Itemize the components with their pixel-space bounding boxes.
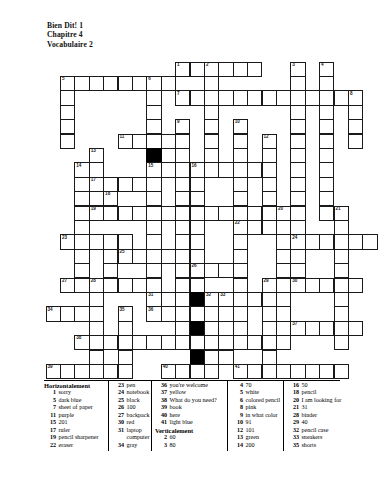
grid-cell[interactable] [204, 321, 219, 336]
grid-cell[interactable]: 18 [103, 191, 118, 206]
grid-cell[interactable] [175, 321, 190, 336]
grid-cell[interactable]: 4 [319, 62, 334, 77]
grid-cell[interactable] [290, 90, 305, 105]
grid-cell[interactable] [233, 134, 248, 149]
clue-item: 18pencil [287, 389, 341, 396]
grid-cell[interactable] [334, 220, 349, 235]
grid-cell[interactable] [233, 62, 248, 77]
grid-cell[interactable] [175, 148, 190, 163]
grid-cell[interactable] [60, 134, 75, 149]
grid-cell[interactable] [319, 162, 334, 177]
grid-cell[interactable] [175, 249, 190, 264]
grid-cell[interactable] [218, 206, 233, 221]
grid-cell[interactable] [146, 220, 161, 235]
grid-cell[interactable] [190, 220, 205, 235]
grid-cell[interactable]: 40 [161, 364, 176, 379]
grid-cell[interactable] [204, 90, 219, 105]
grid-cell[interactable] [218, 321, 233, 336]
grid-cell[interactable] [190, 306, 205, 321]
grid-cell[interactable] [262, 90, 277, 105]
grid-cell[interactable] [190, 206, 205, 221]
grid-cell[interactable] [190, 335, 205, 350]
grid-cell[interactable]: 21 [334, 206, 349, 221]
grid-cell[interactable] [218, 335, 233, 350]
grid-cell[interactable] [233, 321, 248, 336]
grid-cell[interactable] [161, 306, 176, 321]
grid-cell[interactable] [305, 278, 320, 293]
grid-cell[interactable] [276, 249, 291, 264]
grid-cell[interactable] [132, 76, 147, 91]
clue-item: 5white [231, 389, 280, 396]
grid-cell[interactable] [247, 364, 262, 379]
grid-cell[interactable] [132, 206, 147, 221]
grid-cell[interactable] [233, 177, 248, 192]
grid-cell[interactable] [175, 191, 190, 206]
grid-cell[interactable] [233, 206, 248, 221]
clue-text: 100 [127, 404, 136, 411]
grid-cell[interactable] [161, 76, 176, 91]
grid-cell[interactable]: 26 [190, 263, 205, 278]
grid-cell[interactable] [204, 335, 219, 350]
grid-cell[interactable] [161, 335, 176, 350]
grid-cell[interactable] [319, 105, 334, 120]
grid-cell[interactable] [218, 90, 233, 105]
grid-cell[interactable] [290, 364, 305, 379]
grid-cell[interactable] [247, 90, 262, 105]
grid-cell[interactable] [89, 234, 104, 249]
grid-cell[interactable] [132, 177, 147, 192]
grid-cell[interactable] [218, 306, 233, 321]
grid-cell[interactable]: 34 [46, 306, 61, 321]
grid-cell[interactable] [146, 263, 161, 278]
grid-cell[interactable] [334, 249, 349, 264]
grid-cell[interactable] [262, 148, 277, 163]
grid-cell[interactable] [204, 148, 219, 163]
grid-cell[interactable] [204, 119, 219, 134]
cell-number: 8 [350, 92, 353, 97]
grid-cell[interactable] [161, 206, 176, 221]
grid-cell[interactable] [204, 162, 219, 177]
grid-cell[interactable] [161, 292, 176, 307]
grid-cell[interactable] [276, 90, 291, 105]
grid-cell[interactable]: 6 [146, 76, 161, 91]
grid-cell[interactable]: 31 [146, 292, 161, 307]
grid-cell[interactable]: 15 [146, 162, 161, 177]
grid-cell[interactable] [118, 278, 133, 293]
grid-cell[interactable] [103, 206, 118, 221]
grid-cell[interactable] [334, 335, 349, 350]
grid-cell[interactable] [348, 134, 363, 149]
grid-cell[interactable] [146, 206, 161, 221]
grid-cell[interactable]: 3 [290, 62, 305, 77]
grid-cell[interactable] [118, 364, 133, 379]
grid-cell[interactable] [146, 177, 161, 192]
grid-cell[interactable] [262, 220, 277, 235]
grid-cell[interactable] [161, 249, 176, 264]
grid-cell[interactable] [262, 162, 277, 177]
clue-number: 22 [44, 442, 56, 449]
grid-cell[interactable] [146, 191, 161, 206]
grid-cell[interactable]: 29 [262, 278, 277, 293]
chapter-title: Chapitre 4 [47, 30, 93, 39]
grid-cell[interactable] [348, 105, 363, 120]
grid-cell[interactable] [204, 76, 219, 91]
grid-cell[interactable]: 38 [74, 335, 89, 350]
clue-number: 9 [231, 412, 243, 419]
clue-text: 70 [246, 382, 252, 389]
grid-cell[interactable] [233, 162, 248, 177]
grid-cell[interactable] [74, 263, 89, 278]
grid-cell[interactable] [319, 364, 334, 379]
grid-cell[interactable] [290, 191, 305, 206]
grid-cell[interactable] [175, 206, 190, 221]
grid-cell[interactable] [204, 206, 219, 221]
cell-number: 25 [120, 250, 125, 255]
grid-cell[interactable] [118, 234, 133, 249]
grid-cell[interactable] [305, 364, 320, 379]
grid-cell[interactable] [89, 306, 104, 321]
grid-cell[interactable] [60, 90, 75, 105]
grid-cell[interactable] [262, 306, 277, 321]
grid-cell[interactable] [290, 206, 305, 221]
grid-cell[interactable] [204, 306, 219, 321]
grid-cell[interactable] [118, 350, 133, 365]
grid-cell[interactable] [103, 234, 118, 249]
grid-cell[interactable]: 1 [175, 62, 190, 77]
grid-cell[interactable] [290, 249, 305, 264]
grid-cell[interactable]: 39 [46, 364, 61, 379]
grid-cell[interactable] [334, 278, 349, 293]
grid-cell[interactable] [262, 292, 277, 307]
grid-cell[interactable] [262, 191, 277, 206]
clue-column: 36you're welcome37yellow38What do you ne… [155, 382, 217, 449]
grid-cell[interactable] [74, 191, 89, 206]
grid-cell[interactable] [233, 191, 248, 206]
grid-cell[interactable] [175, 177, 190, 192]
grid-cell[interactable] [334, 364, 349, 379]
grid-cell[interactable]: 32 [204, 292, 219, 307]
grid-cell[interactable] [319, 206, 334, 221]
grid-cell[interactable] [290, 76, 305, 91]
grid-cell[interactable]: 20 [276, 206, 291, 221]
grid-cell[interactable] [290, 162, 305, 177]
grid-cell[interactable]: 27 [60, 278, 75, 293]
grid-cell[interactable] [190, 278, 205, 293]
grid-cell[interactable]: 28 [89, 278, 104, 293]
grid-cell[interactable] [132, 134, 147, 149]
grid-cell[interactable] [290, 119, 305, 134]
grid-cell[interactable] [319, 234, 334, 249]
grid-cell[interactable] [233, 90, 248, 105]
clue-item: 28binder [287, 412, 341, 419]
grid-cell[interactable] [146, 90, 161, 105]
grid-cell[interactable] [334, 321, 349, 336]
clue-text: 31 [302, 404, 308, 411]
grid-cell[interactable]: 24 [290, 234, 305, 249]
grid-cell[interactable] [305, 234, 320, 249]
grid-cell[interactable]: 7 [175, 90, 190, 105]
grid-cell[interactable] [218, 62, 233, 77]
grid-cell[interactable] [190, 364, 205, 379]
grid-cell[interactable] [290, 134, 305, 149]
grid-cell[interactable] [334, 292, 349, 307]
grid-cell[interactable] [218, 263, 233, 278]
grid-cell[interactable] [334, 306, 349, 321]
grid-cell[interactable]: 25 [118, 249, 133, 264]
grid-cell[interactable]: 23 [60, 234, 75, 249]
grid-cell[interactable] [74, 364, 89, 379]
grid-cell[interactable] [204, 364, 219, 379]
cell-number: 22 [235, 221, 240, 226]
grid-cell[interactable] [74, 177, 89, 192]
grid-cell[interactable] [161, 134, 176, 149]
grid-cell[interactable] [175, 220, 190, 235]
grid-cell[interactable] [276, 220, 291, 235]
grid-cell[interactable] [305, 321, 320, 336]
grid-cell[interactable] [319, 134, 334, 149]
grid-cell[interactable] [60, 364, 75, 379]
grid-cell[interactable] [319, 321, 334, 336]
clue-item: 30red [112, 419, 150, 426]
grid-cell[interactable] [247, 62, 262, 77]
grid-cell[interactable] [161, 162, 176, 177]
grid-cell[interactable] [118, 321, 133, 336]
clue-text: pencil case [302, 427, 329, 434]
cell-number: 39 [48, 365, 53, 370]
grid-cell[interactable] [103, 335, 118, 350]
clue-number: 41 [155, 419, 167, 426]
grid-cell[interactable] [103, 249, 118, 264]
grid-cell[interactable] [74, 234, 89, 249]
grid-cell[interactable] [290, 263, 305, 278]
grid-cell[interactable] [262, 350, 277, 365]
clue-number: 8 [231, 404, 243, 411]
grid-cell[interactable] [319, 278, 334, 293]
grid-cell[interactable] [204, 263, 219, 278]
grid-cell[interactable] [175, 234, 190, 249]
grid-cell[interactable] [89, 321, 104, 336]
grid-cell[interactable] [276, 234, 291, 249]
grid-cell[interactable] [262, 364, 277, 379]
grid-cell[interactable] [146, 249, 161, 264]
grid-cell[interactable] [60, 119, 75, 134]
grid-cell[interactable] [290, 177, 305, 192]
grid-cell[interactable] [348, 321, 363, 336]
grid-cell[interactable] [190, 90, 205, 105]
grid-cell[interactable] [218, 350, 233, 365]
grid-cell[interactable]: 36 [146, 306, 161, 321]
grid-cell[interactable] [89, 364, 104, 379]
grid-cell[interactable] [262, 206, 277, 221]
grid-cell[interactable] [175, 134, 190, 149]
clue-text: 80 [170, 442, 176, 449]
clue-number: 34 [112, 442, 124, 449]
grid-cell[interactable] [276, 263, 291, 278]
grid-cell[interactable] [103, 364, 118, 379]
grid-cell[interactable] [74, 249, 89, 264]
grid-cell[interactable] [118, 206, 133, 221]
grid-cell[interactable] [103, 76, 118, 91]
grid-cell[interactable] [74, 220, 89, 235]
grid-cell[interactable] [334, 234, 349, 249]
clue-text: ruler [59, 427, 71, 434]
grid-cell[interactable] [262, 335, 277, 350]
grid-cell[interactable]: 5 [60, 76, 75, 91]
grid-cell[interactable] [247, 206, 262, 221]
grid-cell[interactable]: 30 [290, 278, 305, 293]
grid-cell[interactable]: 33 [218, 292, 233, 307]
grid-cell[interactable] [233, 249, 248, 264]
grid-cell[interactable] [175, 306, 190, 321]
grid-cell[interactable] [175, 263, 190, 278]
grid-cell[interactable] [74, 76, 89, 91]
grid-cell[interactable] [175, 278, 190, 293]
grid-cell[interactable] [319, 119, 334, 134]
clue-text: backpack [127, 412, 150, 419]
clue-text: 40 [302, 419, 308, 426]
grid-cell[interactable] [262, 321, 277, 336]
grid-cell[interactable]: 14 [74, 162, 89, 177]
grid-cell[interactable] [233, 148, 248, 163]
clue-item: 2940 [287, 419, 341, 426]
grid-cell[interactable] [247, 162, 262, 177]
grid-cell[interactable] [89, 292, 104, 307]
grid-cell[interactable] [276, 306, 291, 321]
grid-cell[interactable] [319, 90, 334, 105]
grid-cell[interactable] [319, 76, 334, 91]
grid-cell[interactable] [132, 278, 147, 293]
grid-cell[interactable] [305, 90, 320, 105]
grid-cell[interactable] [132, 249, 147, 264]
grid-cell[interactable] [146, 278, 161, 293]
grid-cell[interactable]: 16 [190, 162, 205, 177]
grid-cell[interactable] [118, 76, 133, 91]
grid-cell[interactable] [290, 148, 305, 163]
clue-number: 31 [112, 427, 124, 434]
grid-cell[interactable] [74, 306, 89, 321]
cell-number: 31 [148, 293, 153, 298]
grid-cell[interactable] [74, 206, 89, 221]
grid-cell[interactable] [290, 220, 305, 235]
grid-cell[interactable] [348, 119, 363, 134]
grid-cell[interactable] [276, 364, 291, 379]
grid-cell[interactable] [233, 292, 248, 307]
grid-cell[interactable]: 11 [118, 134, 133, 149]
grid-cell[interactable]: 37 [290, 321, 305, 336]
grid-cell[interactable] [276, 321, 291, 336]
grid-cell[interactable] [362, 234, 377, 249]
grid-cell[interactable] [276, 292, 291, 307]
grid-cell[interactable] [190, 249, 205, 264]
clue-column: 23pen24notebook25black2610027backpack30r… [112, 382, 150, 449]
grid-cell[interactable] [89, 162, 104, 177]
clue-item: 32pencil case [287, 427, 341, 434]
grid-cell[interactable] [233, 335, 248, 350]
grid-cell[interactable] [60, 105, 75, 120]
cell-number: 34 [48, 308, 53, 313]
grid-cell[interactable] [89, 191, 104, 206]
grid-cell[interactable] [146, 335, 161, 350]
grid-cell[interactable] [146, 119, 161, 134]
grid-cell[interactable]: 9 [175, 119, 190, 134]
grid-cell[interactable] [204, 350, 219, 365]
grid-cell[interactable] [319, 177, 334, 192]
grid-cell[interactable] [74, 278, 89, 293]
grid-cell[interactable]: 8 [348, 90, 363, 105]
grid-cell[interactable] [348, 234, 363, 249]
grid-cell[interactable] [103, 177, 118, 192]
grid-cell[interactable] [319, 148, 334, 163]
grid-cell[interactable] [146, 105, 161, 120]
grid-cell[interactable] [233, 278, 248, 293]
grid-cell[interactable] [276, 278, 291, 293]
grid-cell[interactable] [247, 292, 262, 307]
grid-cell[interactable] [190, 234, 205, 249]
grid-cell[interactable] [290, 105, 305, 120]
grid-cell[interactable] [190, 191, 205, 206]
grid-cell[interactable] [262, 177, 277, 192]
grid-cell[interactable] [175, 162, 190, 177]
grid-cell[interactable] [89, 76, 104, 91]
clue-item: 14200 [231, 442, 280, 449]
grid-cell[interactable] [118, 335, 133, 350]
cell-number: 27 [62, 279, 67, 284]
grid-cell[interactable] [175, 335, 190, 350]
grid-cell[interactable] [334, 263, 349, 278]
grid-cell[interactable] [233, 263, 248, 278]
grid-cell[interactable] [103, 278, 118, 293]
grid-cell[interactable]: 10 [233, 119, 248, 134]
grid-cell[interactable] [190, 62, 205, 77]
grid-cell[interactable]: 35 [118, 306, 133, 321]
clue-text: shorts [302, 442, 317, 449]
grid-cell[interactable] [60, 306, 75, 321]
grid-cell[interactable] [103, 263, 118, 278]
grid-cell[interactable]: 12 [262, 134, 277, 149]
grid-cell[interactable]: 2 [204, 62, 219, 77]
grid-cell[interactable] [247, 220, 262, 235]
grid-cell[interactable] [89, 350, 104, 365]
grid-cell[interactable] [218, 162, 233, 177]
grid-cell[interactable]: 13 [89, 148, 104, 163]
grid-cell[interactable] [204, 134, 219, 149]
grid-cell[interactable] [89, 335, 104, 350]
grid-cell[interactable] [132, 335, 147, 350]
grid-cell[interactable] [175, 292, 190, 307]
grid-cell[interactable]: 41 [233, 364, 248, 379]
grid-cell[interactable]: 19 [89, 206, 104, 221]
grid-cell[interactable]: 22 [233, 220, 248, 235]
grid-cell[interactable] [175, 364, 190, 379]
grid-cell[interactable] [204, 105, 219, 120]
grid-cell[interactable] [276, 335, 291, 350]
clue-number: 26 [112, 404, 124, 411]
grid-cell[interactable] [146, 134, 161, 149]
grid-cell[interactable] [146, 234, 161, 249]
clue-item: 1650 [287, 382, 341, 389]
grid-cell[interactable] [319, 191, 334, 206]
cell-number: 26 [192, 264, 197, 269]
grid-cell[interactable] [233, 234, 248, 249]
grid-cell[interactable] [190, 177, 205, 192]
grid-cell[interactable] [247, 335, 262, 350]
grid-cell[interactable] [334, 90, 349, 105]
grid-cell[interactable] [233, 306, 248, 321]
grid-cell[interactable]: 17 [89, 177, 104, 192]
grid-cell[interactable] [348, 278, 363, 293]
clue-text: red [127, 419, 135, 426]
grid-cell[interactable] [118, 177, 133, 192]
